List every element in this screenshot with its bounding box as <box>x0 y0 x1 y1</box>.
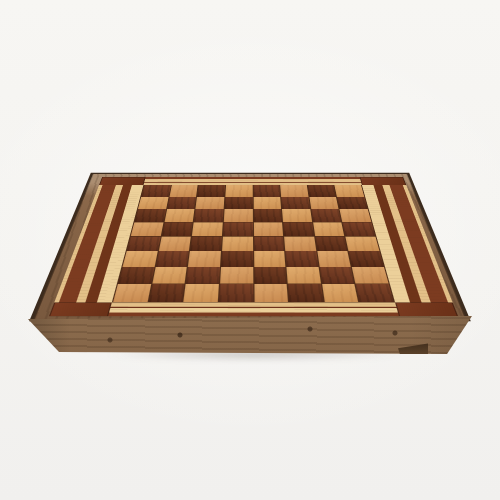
square-b7 <box>167 197 196 209</box>
inlay-band-front <box>108 302 399 316</box>
square-b1 <box>148 284 184 302</box>
square-f7 <box>281 197 310 209</box>
square-e6 <box>253 209 282 222</box>
square-c7 <box>196 197 225 209</box>
square-g6 <box>311 209 342 222</box>
square-a2 <box>118 267 154 284</box>
square-a4 <box>127 236 161 250</box>
square-g1 <box>322 284 359 302</box>
square-g4 <box>315 236 348 250</box>
square-g3 <box>317 251 351 266</box>
square-c4 <box>190 236 222 250</box>
square-a7 <box>138 197 168 209</box>
square-g5 <box>313 222 345 236</box>
wood-grain-overlay <box>108 302 399 316</box>
square-d5 <box>223 222 253 236</box>
square-a8 <box>141 185 170 196</box>
inlay-corner-block-front-right <box>395 302 458 316</box>
square-g2 <box>319 267 354 284</box>
square-f2 <box>287 267 321 284</box>
checker-field <box>112 185 395 302</box>
square-e7 <box>253 197 281 209</box>
square-d8 <box>225 185 252 196</box>
square-f6 <box>282 209 312 222</box>
square-e5 <box>253 222 283 236</box>
square-h7 <box>337 197 367 209</box>
square-f5 <box>283 222 314 236</box>
square-h1 <box>356 284 394 302</box>
square-f4 <box>284 236 316 250</box>
square-c8 <box>197 185 225 196</box>
square-b8 <box>169 185 198 196</box>
square-f1 <box>288 284 323 302</box>
square-a3 <box>123 251 158 266</box>
inlay-corner-block-front-left <box>49 302 112 316</box>
square-c1 <box>184 284 219 302</box>
board-inlay-area <box>49 177 458 316</box>
square-g8 <box>308 185 337 196</box>
square-b5 <box>161 222 192 236</box>
square-h2 <box>352 267 388 284</box>
square-b4 <box>158 236 191 250</box>
square-c2 <box>186 267 220 284</box>
square-c3 <box>188 251 221 266</box>
square-d3 <box>221 251 253 266</box>
square-a6 <box>134 209 165 222</box>
chessboard <box>29 173 471 321</box>
square-b3 <box>155 251 189 266</box>
square-c5 <box>192 222 223 236</box>
square-b2 <box>152 267 187 284</box>
wood-grain-overlay <box>143 177 361 185</box>
square-b6 <box>164 209 194 222</box>
inlay-band-back <box>143 177 361 185</box>
square-f3 <box>285 251 318 266</box>
square-a1 <box>113 284 151 302</box>
square-d4 <box>222 236 253 250</box>
square-d7 <box>224 197 252 209</box>
square-e2 <box>254 267 287 284</box>
square-d1 <box>219 284 253 302</box>
square-g7 <box>309 197 339 209</box>
photo-background <box>0 0 500 500</box>
square-h6 <box>340 209 371 222</box>
square-e8 <box>253 185 280 196</box>
square-h4 <box>346 236 380 250</box>
inlay-corner-block-back-right <box>360 177 407 185</box>
square-d6 <box>224 209 253 222</box>
square-h5 <box>343 222 376 236</box>
square-c6 <box>194 209 224 222</box>
square-e1 <box>254 284 288 302</box>
square-d2 <box>220 267 253 284</box>
square-e3 <box>254 251 286 266</box>
square-f8 <box>280 185 308 196</box>
square-a5 <box>131 222 163 236</box>
square-h8 <box>335 185 364 196</box>
square-e4 <box>254 236 285 250</box>
square-h3 <box>349 251 384 266</box>
inlay-corner-block-back-left <box>99 177 146 185</box>
perspective-scene <box>0 0 500 500</box>
